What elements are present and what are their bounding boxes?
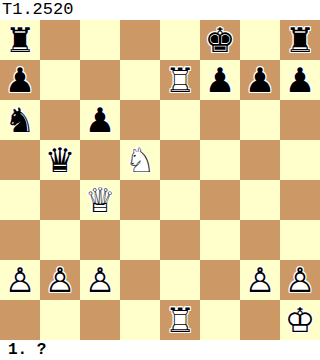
piece-white-queen-icon: ♛♕ xyxy=(80,180,120,220)
piece-ink-layer: ♔ xyxy=(280,300,320,340)
square-b4[interactable] xyxy=(40,180,80,220)
square-g6[interactable] xyxy=(240,100,280,140)
piece-ink-layer: ♟ xyxy=(80,100,120,140)
square-c2[interactable]: ♟♙ xyxy=(80,260,120,300)
piece-white-pawn-icon: ♟♙ xyxy=(80,260,120,300)
square-a3[interactable] xyxy=(0,220,40,260)
puzzle-id: T1.2520 xyxy=(0,0,320,20)
square-g5[interactable] xyxy=(240,140,280,180)
square-h7[interactable]: ♟♟ xyxy=(280,60,320,100)
square-d2[interactable] xyxy=(120,260,160,300)
square-f3[interactable] xyxy=(200,220,240,260)
square-d1[interactable] xyxy=(120,300,160,340)
square-f8[interactable]: ♚♚ xyxy=(200,20,240,60)
square-h2[interactable]: ♟♙ xyxy=(280,260,320,300)
square-b5[interactable]: ♛♛ xyxy=(40,140,80,180)
square-g4[interactable] xyxy=(240,180,280,220)
piece-black-rook-icon: ♜♜ xyxy=(0,20,40,60)
square-a8[interactable]: ♜♜ xyxy=(0,20,40,60)
square-d6[interactable] xyxy=(120,100,160,140)
square-g8[interactable] xyxy=(240,20,280,60)
square-f2[interactable] xyxy=(200,260,240,300)
square-d8[interactable] xyxy=(120,20,160,60)
piece-ink-layer: ♜ xyxy=(0,20,40,60)
square-b8[interactable] xyxy=(40,20,80,60)
square-b7[interactable] xyxy=(40,60,80,100)
piece-ink-layer: ♚ xyxy=(200,20,240,60)
piece-white-rook-icon: ♜♖ xyxy=(160,60,200,100)
move-prompt: 1. ? xyxy=(0,340,320,360)
piece-black-pawn-icon: ♟♟ xyxy=(80,100,120,140)
square-g2[interactable]: ♟♙ xyxy=(240,260,280,300)
piece-white-pawn-icon: ♟♙ xyxy=(0,260,40,300)
square-h8[interactable]: ♜♜ xyxy=(280,20,320,60)
square-e5[interactable] xyxy=(160,140,200,180)
square-c3[interactable] xyxy=(80,220,120,260)
piece-ink-layer: ♙ xyxy=(80,260,120,300)
square-f6[interactable] xyxy=(200,100,240,140)
square-d7[interactable] xyxy=(120,60,160,100)
piece-ink-layer: ♟ xyxy=(280,60,320,100)
piece-ink-layer: ♟ xyxy=(0,60,40,100)
square-a4[interactable] xyxy=(0,180,40,220)
piece-black-rook-icon: ♜♜ xyxy=(280,20,320,60)
square-b6[interactable] xyxy=(40,100,80,140)
square-c6[interactable]: ♟♟ xyxy=(80,100,120,140)
square-b3[interactable] xyxy=(40,220,80,260)
piece-black-knight-icon: ♞♞ xyxy=(0,100,40,140)
piece-ink-layer: ♟ xyxy=(200,60,240,100)
square-a5[interactable] xyxy=(0,140,40,180)
square-e1[interactable]: ♜♖ xyxy=(160,300,200,340)
square-a7[interactable]: ♟♟ xyxy=(0,60,40,100)
piece-ink-layer: ♛ xyxy=(40,140,80,180)
chess-board: ♜♜♚♚♜♜♟♟♜♖♟♟♟♟♟♟♞♞♟♟♛♛♞♘♛♕♟♙♟♙♟♙♟♙♟♙♜♖♚♔ xyxy=(0,20,320,340)
square-g7[interactable]: ♟♟ xyxy=(240,60,280,100)
piece-white-pawn-icon: ♟♙ xyxy=(40,260,80,300)
piece-ink-layer: ♙ xyxy=(40,260,80,300)
piece-white-pawn-icon: ♟♙ xyxy=(280,260,320,300)
piece-black-pawn-icon: ♟♟ xyxy=(0,60,40,100)
piece-black-queen-icon: ♛♛ xyxy=(40,140,80,180)
square-d4[interactable] xyxy=(120,180,160,220)
square-f5[interactable] xyxy=(200,140,240,180)
square-e6[interactable] xyxy=(160,100,200,140)
piece-black-king-icon: ♚♚ xyxy=(200,20,240,60)
piece-black-pawn-icon: ♟♟ xyxy=(280,60,320,100)
square-f4[interactable] xyxy=(200,180,240,220)
piece-white-king-icon: ♚♔ xyxy=(280,300,320,340)
square-e7[interactable]: ♜♖ xyxy=(160,60,200,100)
square-f7[interactable]: ♟♟ xyxy=(200,60,240,100)
piece-ink-layer: ♙ xyxy=(0,260,40,300)
piece-ink-layer: ♘ xyxy=(120,140,160,180)
square-h3[interactable] xyxy=(280,220,320,260)
square-h6[interactable] xyxy=(280,100,320,140)
square-c1[interactable] xyxy=(80,300,120,340)
square-f1[interactable] xyxy=(200,300,240,340)
square-h5[interactable] xyxy=(280,140,320,180)
square-h4[interactable] xyxy=(280,180,320,220)
square-a1[interactable] xyxy=(0,300,40,340)
piece-ink-layer: ♞ xyxy=(0,100,40,140)
piece-black-pawn-icon: ♟♟ xyxy=(200,60,240,100)
square-c5[interactable] xyxy=(80,140,120,180)
piece-black-pawn-icon: ♟♟ xyxy=(240,60,280,100)
piece-white-pawn-icon: ♟♙ xyxy=(240,260,280,300)
square-d3[interactable] xyxy=(120,220,160,260)
piece-white-rook-icon: ♜♖ xyxy=(160,300,200,340)
square-e3[interactable] xyxy=(160,220,200,260)
piece-ink-layer: ♙ xyxy=(240,260,280,300)
piece-ink-layer: ♟ xyxy=(240,60,280,100)
square-a6[interactable]: ♞♞ xyxy=(0,100,40,140)
square-c4[interactable]: ♛♕ xyxy=(80,180,120,220)
square-g1[interactable] xyxy=(240,300,280,340)
piece-ink-layer: ♙ xyxy=(280,260,320,300)
piece-white-knight-icon: ♞♘ xyxy=(120,140,160,180)
piece-ink-layer: ♜ xyxy=(280,20,320,60)
square-d5[interactable]: ♞♘ xyxy=(120,140,160,180)
piece-ink-layer: ♖ xyxy=(160,60,200,100)
square-b2[interactable]: ♟♙ xyxy=(40,260,80,300)
square-e8[interactable] xyxy=(160,20,200,60)
square-c8[interactable] xyxy=(80,20,120,60)
square-e2[interactable] xyxy=(160,260,200,300)
square-e4[interactable] xyxy=(160,180,200,220)
square-a2[interactable]: ♟♙ xyxy=(0,260,40,300)
piece-ink-layer: ♕ xyxy=(80,180,120,220)
square-b1[interactable] xyxy=(40,300,80,340)
square-g3[interactable] xyxy=(240,220,280,260)
piece-ink-layer: ♖ xyxy=(160,300,200,340)
square-c7[interactable] xyxy=(80,60,120,100)
square-h1[interactable]: ♚♔ xyxy=(280,300,320,340)
